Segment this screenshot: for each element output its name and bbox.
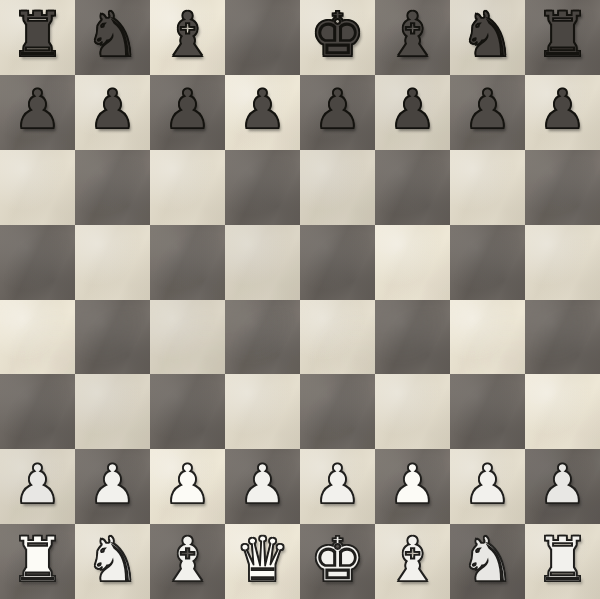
square-e7[interactable]: ♟	[300, 75, 375, 150]
square-b8[interactable]: ♞	[75, 0, 150, 75]
square-f8[interactable]: ♝	[375, 0, 450, 75]
piece-white-pawn[interactable]: ♟	[313, 458, 361, 512]
square-b1[interactable]: ♞	[75, 524, 150, 599]
square-e3[interactable]	[300, 374, 375, 449]
square-c2[interactable]: ♟	[150, 449, 225, 524]
piece-white-pawn[interactable]: ♟	[13, 458, 61, 512]
square-c4[interactable]	[150, 300, 225, 375]
square-d3[interactable]	[225, 374, 300, 449]
square-e8[interactable]: ♚	[300, 0, 375, 75]
piece-black-knight[interactable]: ♞	[85, 4, 141, 66]
square-a3[interactable]	[0, 374, 75, 449]
square-a7[interactable]: ♟	[0, 75, 75, 150]
square-d8[interactable]	[225, 0, 300, 75]
square-f1[interactable]: ♝	[375, 524, 450, 599]
piece-white-bishop[interactable]: ♝	[160, 529, 216, 591]
piece-black-king[interactable]: ♚	[310, 4, 366, 66]
square-b4[interactable]	[75, 300, 150, 375]
square-g7[interactable]: ♟	[450, 75, 525, 150]
square-d4[interactable]	[225, 300, 300, 375]
square-d5[interactable]	[225, 225, 300, 300]
piece-white-pawn[interactable]: ♟	[388, 458, 436, 512]
piece-black-pawn[interactable]: ♟	[238, 83, 286, 137]
piece-black-pawn[interactable]: ♟	[13, 83, 61, 137]
square-h4[interactable]	[525, 300, 600, 375]
square-h1[interactable]: ♜	[525, 524, 600, 599]
chess-board: ♜♞♝♚♝♞♜♟♟♟♟♟♟♟♟♟♟♟♟♟♟♟♟♜♞♝♛♚♝♞♜	[0, 0, 600, 599]
square-g5[interactable]	[450, 225, 525, 300]
square-a1[interactable]: ♜	[0, 524, 75, 599]
piece-white-pawn[interactable]: ♟	[238, 458, 286, 512]
square-d1[interactable]: ♛	[225, 524, 300, 599]
square-b7[interactable]: ♟	[75, 75, 150, 150]
piece-white-queen[interactable]: ♛	[235, 529, 291, 591]
square-c5[interactable]	[150, 225, 225, 300]
piece-black-rook[interactable]: ♜	[10, 4, 66, 66]
square-f7[interactable]: ♟	[375, 75, 450, 150]
square-h5[interactable]	[525, 225, 600, 300]
square-b5[interactable]	[75, 225, 150, 300]
square-b6[interactable]	[75, 150, 150, 225]
square-h3[interactable]	[525, 374, 600, 449]
piece-white-bishop[interactable]: ♝	[385, 529, 441, 591]
piece-white-king[interactable]: ♚	[310, 529, 366, 591]
square-c1[interactable]: ♝	[150, 524, 225, 599]
piece-black-pawn[interactable]: ♟	[163, 83, 211, 137]
square-b2[interactable]: ♟	[75, 449, 150, 524]
piece-white-pawn[interactable]: ♟	[88, 458, 136, 512]
piece-white-pawn[interactable]: ♟	[538, 458, 586, 512]
square-g4[interactable]	[450, 300, 525, 375]
square-g2[interactable]: ♟	[450, 449, 525, 524]
square-e4[interactable]	[300, 300, 375, 375]
square-a8[interactable]: ♜	[0, 0, 75, 75]
piece-black-pawn[interactable]: ♟	[538, 83, 586, 137]
square-f3[interactable]	[375, 374, 450, 449]
square-e5[interactable]	[300, 225, 375, 300]
square-h8[interactable]: ♜	[525, 0, 600, 75]
square-c7[interactable]: ♟	[150, 75, 225, 150]
square-d7[interactable]: ♟	[225, 75, 300, 150]
piece-white-rook[interactable]: ♜	[535, 529, 591, 591]
square-c8[interactable]: ♝	[150, 0, 225, 75]
square-f5[interactable]	[375, 225, 450, 300]
piece-black-pawn[interactable]: ♟	[388, 83, 436, 137]
square-a4[interactable]	[0, 300, 75, 375]
piece-black-knight[interactable]: ♞	[460, 4, 516, 66]
square-f4[interactable]	[375, 300, 450, 375]
square-b3[interactable]	[75, 374, 150, 449]
square-d2[interactable]: ♟	[225, 449, 300, 524]
piece-white-rook[interactable]: ♜	[10, 529, 66, 591]
square-f6[interactable]	[375, 150, 450, 225]
piece-white-pawn[interactable]: ♟	[463, 458, 511, 512]
square-g8[interactable]: ♞	[450, 0, 525, 75]
square-f2[interactable]: ♟	[375, 449, 450, 524]
piece-white-pawn[interactable]: ♟	[163, 458, 211, 512]
square-h6[interactable]	[525, 150, 600, 225]
piece-black-rook[interactable]: ♜	[535, 4, 591, 66]
square-h2[interactable]: ♟	[525, 449, 600, 524]
square-a6[interactable]	[0, 150, 75, 225]
piece-black-bishop[interactable]: ♝	[385, 4, 441, 66]
square-e1[interactable]: ♚	[300, 524, 375, 599]
square-d6[interactable]	[225, 150, 300, 225]
square-c3[interactable]	[150, 374, 225, 449]
piece-black-bishop[interactable]: ♝	[160, 4, 216, 66]
piece-white-knight[interactable]: ♞	[85, 529, 141, 591]
square-e2[interactable]: ♟	[300, 449, 375, 524]
square-c6[interactable]	[150, 150, 225, 225]
square-a2[interactable]: ♟	[0, 449, 75, 524]
square-h7[interactable]: ♟	[525, 75, 600, 150]
square-e6[interactable]	[300, 150, 375, 225]
square-g3[interactable]	[450, 374, 525, 449]
piece-black-pawn[interactable]: ♟	[463, 83, 511, 137]
square-g1[interactable]: ♞	[450, 524, 525, 599]
piece-black-pawn[interactable]: ♟	[313, 83, 361, 137]
piece-black-pawn[interactable]: ♟	[88, 83, 136, 137]
square-a5[interactable]	[0, 225, 75, 300]
piece-white-knight[interactable]: ♞	[460, 529, 516, 591]
square-g6[interactable]	[450, 150, 525, 225]
